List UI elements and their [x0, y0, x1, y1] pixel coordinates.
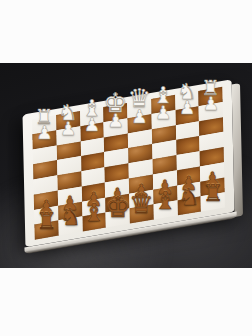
square	[130, 204, 154, 223]
square	[58, 217, 82, 236]
square	[201, 192, 225, 211]
square	[153, 200, 177, 219]
square	[82, 213, 106, 232]
chess-set-photo: ♜♞♝♚♛♝♞♜♟♟♟♟♟♟♟♟♟♟♟♟♟♟♟♟♜♞♝♚♛♝♞♜	[0, 63, 252, 268]
bottom-white-margin	[0, 268, 252, 336]
square	[106, 208, 130, 227]
product-photo-page: ♜♞♝♚♛♝♞♜♟♟♟♟♟♟♟♟♟♟♟♟♟♟♟♟♜♞♝♚♛♝♞♜	[0, 0, 252, 336]
chess-board	[23, 79, 235, 247]
top-white-margin	[0, 0, 252, 63]
square	[177, 196, 201, 215]
square	[34, 221, 58, 240]
board-grid	[32, 87, 225, 240]
